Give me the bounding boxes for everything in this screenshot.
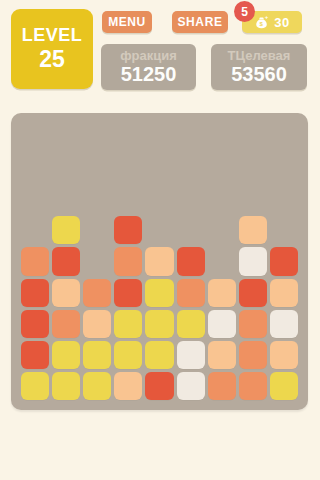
level-value: 25	[39, 46, 65, 72]
tile-peach-r5c8[interactable]	[270, 279, 298, 307]
empty-cell-r3c6	[208, 216, 236, 244]
tile-red-r4c5[interactable]	[177, 247, 205, 275]
menu-button[interactable]: MENU	[102, 11, 152, 33]
tile-red-r7c0[interactable]	[21, 341, 49, 369]
tile-orange-r5c2[interactable]	[83, 279, 111, 307]
tile-white-r8c5[interactable]	[177, 372, 205, 400]
empty-cell-r0c6	[208, 123, 236, 151]
empty-cell-r0c8	[270, 123, 298, 151]
tile-yellow-r5c4[interactable]	[145, 279, 173, 307]
level-badge: LEVEL 25	[11, 9, 93, 89]
empty-cell-r3c2	[83, 216, 111, 244]
tile-peach-r7c6[interactable]	[208, 341, 236, 369]
empty-cell-r2c4	[145, 185, 173, 213]
game-board	[11, 113, 308, 410]
empty-cell-r3c8	[270, 216, 298, 244]
empty-cell-r2c8	[270, 185, 298, 213]
empty-cell-r0c3	[114, 123, 142, 151]
tile-peach-r7c8[interactable]	[270, 341, 298, 369]
tile-red-r5c3[interactable]	[114, 279, 142, 307]
svg-text:+: +	[265, 15, 269, 20]
empty-cell-r1c0	[21, 154, 49, 182]
empty-cell-r2c3	[114, 185, 142, 213]
tile-white-r6c6[interactable]	[208, 310, 236, 338]
tile-yellow-r6c3[interactable]	[114, 310, 142, 338]
empty-cell-r0c5	[177, 123, 205, 151]
empty-cell-r1c7	[239, 154, 267, 182]
tile-orange-r6c7[interactable]	[239, 310, 267, 338]
empty-cell-r0c7	[239, 123, 267, 151]
level-label: LEVEL	[22, 25, 83, 46]
game-screen: LEVEL 25 MENU SHARE $ + 30 5 фракция 512…	[0, 0, 320, 480]
target-badge: ТЦелевая 53560	[211, 44, 307, 90]
empty-cell-r1c8	[270, 154, 298, 182]
coins-value: 30	[274, 15, 290, 30]
empty-cell-r0c1	[52, 123, 80, 151]
tile-peach-r4c4[interactable]	[145, 247, 173, 275]
svg-text:$: $	[260, 21, 264, 27]
tile-red-r8c4[interactable]	[145, 372, 173, 400]
tile-yellow-r6c4[interactable]	[145, 310, 173, 338]
tile-peach-r3c7[interactable]	[239, 216, 267, 244]
tile-orange-r6c1[interactable]	[52, 310, 80, 338]
tile-orange-r4c0[interactable]	[21, 247, 49, 275]
empty-cell-r1c2	[83, 154, 111, 182]
tile-white-r6c8[interactable]	[270, 310, 298, 338]
tile-white-r7c5[interactable]	[177, 341, 205, 369]
tile-red-r3c3[interactable]	[114, 216, 142, 244]
empty-cell-r2c2	[83, 185, 111, 213]
empty-cell-r1c1	[52, 154, 80, 182]
tile-peach-r6c2[interactable]	[83, 310, 111, 338]
tile-peach-r8c3[interactable]	[114, 372, 142, 400]
tile-yellow-r7c3[interactable]	[114, 341, 142, 369]
empty-cell-r2c1	[52, 185, 80, 213]
empty-cell-r2c5	[177, 185, 205, 213]
target-value: 53560	[231, 63, 287, 86]
score-value: 51250	[121, 63, 177, 86]
score-badge: фракция 51250	[101, 44, 196, 90]
empty-cell-r0c2	[83, 123, 111, 151]
tile-orange-r8c7[interactable]	[239, 372, 267, 400]
tile-yellow-r8c8[interactable]	[270, 372, 298, 400]
empty-cell-r2c7	[239, 185, 267, 213]
tile-yellow-r6c5[interactable]	[177, 310, 205, 338]
tile-yellow-r8c0[interactable]	[21, 372, 49, 400]
tile-peach-r5c6[interactable]	[208, 279, 236, 307]
tile-white-r4c7[interactable]	[239, 247, 267, 275]
tile-yellow-r8c1[interactable]	[52, 372, 80, 400]
tile-red-r5c0[interactable]	[21, 279, 49, 307]
share-button[interactable]: SHARE	[172, 11, 228, 33]
empty-cell-r1c6	[208, 154, 236, 182]
tile-yellow-r3c1[interactable]	[52, 216, 80, 244]
tile-peach-r5c1[interactable]	[52, 279, 80, 307]
tile-orange-r4c3[interactable]	[114, 247, 142, 275]
empty-cell-r3c4	[145, 216, 173, 244]
notification-badge: 5	[234, 1, 255, 22]
empty-cell-r0c4	[145, 123, 173, 151]
tile-orange-r8c6[interactable]	[208, 372, 236, 400]
tile-orange-r7c7[interactable]	[239, 341, 267, 369]
board-grid	[21, 123, 298, 400]
money-bag-plus-icon: $ +	[254, 15, 269, 30]
tile-red-r6c0[interactable]	[21, 310, 49, 338]
tile-orange-r5c5[interactable]	[177, 279, 205, 307]
empty-cell-r2c6	[208, 185, 236, 213]
empty-cell-r4c6	[208, 247, 236, 275]
empty-cell-r0c0	[21, 123, 49, 151]
score-label: фракция	[120, 48, 177, 64]
empty-cell-r4c2	[83, 247, 111, 275]
empty-cell-r1c4	[145, 154, 173, 182]
tile-red-r5c7[interactable]	[239, 279, 267, 307]
tile-yellow-r7c4[interactable]	[145, 341, 173, 369]
tile-yellow-r8c2[interactable]	[83, 372, 111, 400]
target-label: ТЦелевая	[228, 48, 291, 64]
tile-yellow-r7c2[interactable]	[83, 341, 111, 369]
empty-cell-r1c5	[177, 154, 205, 182]
tile-yellow-r7c1[interactable]	[52, 341, 80, 369]
empty-cell-r1c3	[114, 154, 142, 182]
empty-cell-r3c0	[21, 216, 49, 244]
tile-red-r4c8[interactable]	[270, 247, 298, 275]
empty-cell-r2c0	[21, 185, 49, 213]
tile-red-r4c1[interactable]	[52, 247, 80, 275]
empty-cell-r3c5	[177, 216, 205, 244]
